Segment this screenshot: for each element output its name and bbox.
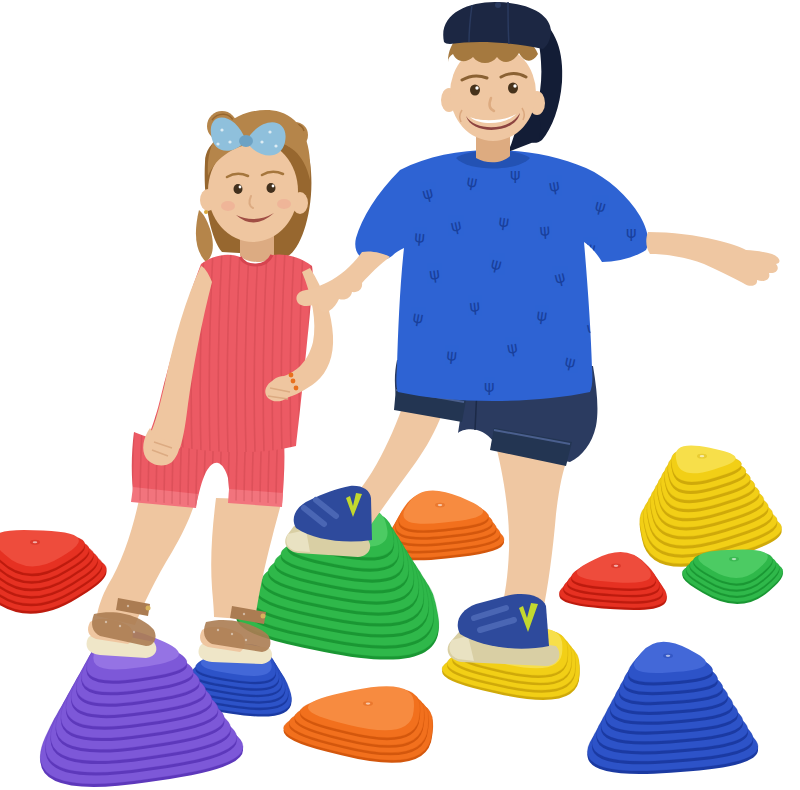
cactus-glyph: ψ bbox=[626, 223, 637, 242]
boy-shirt bbox=[355, 150, 648, 401]
boy-right-leg bbox=[496, 440, 567, 616]
product-photo: ψψψψψψψψψψψψψψψψψψψψψψ bbox=[0, 0, 800, 790]
cactus-glyph: ψ bbox=[446, 345, 458, 365]
cap-button bbox=[495, 2, 501, 8]
girl-earring bbox=[204, 210, 208, 214]
cactus-glyph: ψ bbox=[510, 165, 521, 184]
girl-sandal-left bbox=[87, 598, 157, 658]
girl-eye-right bbox=[267, 183, 276, 193]
cactus-glyph: ψ bbox=[539, 220, 551, 240]
yellow-stone-right bbox=[640, 445, 782, 566]
boy-right-forearm-hand bbox=[646, 232, 779, 286]
cactus-glyph: ψ bbox=[484, 377, 495, 396]
cactus-glyph: ψ bbox=[414, 227, 426, 247]
boy-left-shoe bbox=[285, 486, 372, 557]
boy-eye-right bbox=[508, 83, 518, 94]
red-stone-right bbox=[559, 552, 666, 610]
girl-sandal-right bbox=[199, 606, 273, 664]
girl-eye-left bbox=[234, 184, 243, 194]
green-stone-right bbox=[682, 550, 783, 605]
blue-stone-large bbox=[587, 642, 758, 774]
orange-stone-bottom bbox=[284, 686, 433, 763]
boy-right-shoe bbox=[448, 594, 560, 666]
cap-dome bbox=[443, 2, 551, 49]
cactus-glyph: ψ bbox=[468, 296, 480, 316]
boy-eye-left bbox=[470, 85, 480, 96]
red-stone-left bbox=[0, 530, 106, 614]
